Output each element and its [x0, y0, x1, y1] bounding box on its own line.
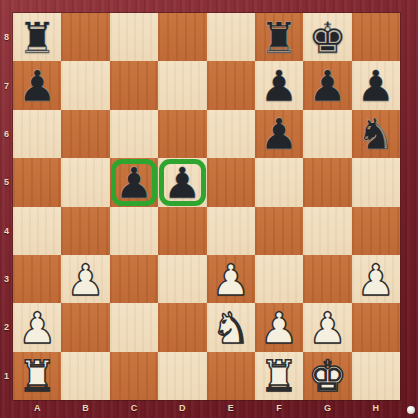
square-d6[interactable]	[158, 110, 206, 158]
black-pawn-f6[interactable]: ♟	[255, 111, 303, 159]
square-c6[interactable]	[110, 110, 158, 158]
square-g6[interactable]	[303, 110, 351, 158]
square-f6[interactable]: ♟	[255, 110, 303, 158]
square-c8[interactable]	[110, 13, 158, 61]
square-g7[interactable]: ♟	[303, 61, 351, 109]
square-c3[interactable]	[110, 255, 158, 303]
rank-label-6: 6	[0, 129, 13, 139]
white-pawn-e3[interactable]: ♟	[207, 256, 255, 304]
square-a2[interactable]: ♟	[13, 303, 61, 351]
square-h8[interactable]	[352, 13, 400, 61]
square-b6[interactable]	[61, 110, 109, 158]
square-d4[interactable]	[158, 207, 206, 255]
file-label-b: B	[61, 403, 109, 417]
square-e1[interactable]	[207, 352, 255, 400]
square-a6[interactable]	[13, 110, 61, 158]
square-d7[interactable]	[158, 61, 206, 109]
square-e2[interactable]: ♞	[207, 303, 255, 351]
square-b1[interactable]	[61, 352, 109, 400]
square-b7[interactable]	[61, 61, 109, 109]
square-a3[interactable]	[13, 255, 61, 303]
square-d3[interactable]	[158, 255, 206, 303]
square-d1[interactable]	[158, 352, 206, 400]
black-pawn-h7[interactable]: ♟	[352, 62, 400, 110]
square-c1[interactable]	[110, 352, 158, 400]
square-a7[interactable]: ♟	[13, 61, 61, 109]
square-c5[interactable]: ♟	[110, 158, 158, 206]
chess-board: ♜♜♚♟♟♟♟♟♞♟♟♟♟♟♟♞♟♟♜♜♚	[13, 13, 400, 400]
rank-label-1: 1	[0, 371, 13, 381]
square-g1[interactable]: ♚	[303, 352, 351, 400]
square-a8[interactable]: ♜	[13, 13, 61, 61]
file-label-d: D	[158, 403, 206, 417]
file-label-h: H	[352, 403, 400, 417]
black-rook-a8[interactable]: ♜	[13, 14, 61, 62]
square-e5[interactable]	[207, 158, 255, 206]
white-pawn-f2[interactable]: ♟	[255, 304, 303, 352]
square-e4[interactable]	[207, 207, 255, 255]
square-c2[interactable]	[110, 303, 158, 351]
square-f3[interactable]	[255, 255, 303, 303]
black-pawn-g7[interactable]: ♟	[303, 62, 351, 110]
square-d2[interactable]	[158, 303, 206, 351]
square-h2[interactable]	[352, 303, 400, 351]
chess-board-frame: ♜♜♚♟♟♟♟♟♞♟♟♟♟♟♟♞♟♟♜♜♚ 87654321ABCDEFGH	[0, 0, 418, 418]
file-label-e: E	[207, 403, 255, 417]
file-label-g: G	[303, 403, 351, 417]
square-b2[interactable]	[61, 303, 109, 351]
watermark-dot	[407, 406, 415, 414]
rank-label-7: 7	[0, 81, 13, 91]
square-f4[interactable]	[255, 207, 303, 255]
white-pawn-g2[interactable]: ♟	[303, 304, 351, 352]
black-pawn-f7[interactable]: ♟	[255, 62, 303, 110]
white-pawn-h3[interactable]: ♟	[352, 256, 400, 304]
square-g4[interactable]	[303, 207, 351, 255]
square-a5[interactable]	[13, 158, 61, 206]
rank-label-5: 5	[0, 177, 13, 187]
black-rook-f8[interactable]: ♜	[255, 14, 303, 62]
rank-label-3: 3	[0, 274, 13, 284]
white-rook-f1[interactable]: ♜	[255, 353, 303, 401]
rank-label-2: 2	[0, 322, 13, 332]
square-c4[interactable]	[110, 207, 158, 255]
white-rook-a1[interactable]: ♜	[13, 353, 61, 401]
square-b4[interactable]	[61, 207, 109, 255]
square-g5[interactable]	[303, 158, 351, 206]
square-f1[interactable]: ♜	[255, 352, 303, 400]
file-label-c: C	[110, 403, 158, 417]
square-h3[interactable]: ♟	[352, 255, 400, 303]
square-f7[interactable]: ♟	[255, 61, 303, 109]
square-d8[interactable]	[158, 13, 206, 61]
square-h7[interactable]: ♟	[352, 61, 400, 109]
square-f8[interactable]: ♜	[255, 13, 303, 61]
rank-label-8: 8	[0, 32, 13, 42]
square-h5[interactable]	[352, 158, 400, 206]
square-g3[interactable]	[303, 255, 351, 303]
black-pawn-a7[interactable]: ♟	[13, 62, 61, 110]
black-pawn-c5[interactable]: ♟	[110, 159, 158, 207]
square-b8[interactable]	[61, 13, 109, 61]
white-knight-e2[interactable]: ♞	[207, 304, 255, 352]
black-king-g8[interactable]: ♚	[303, 14, 351, 62]
square-f2[interactable]: ♟	[255, 303, 303, 351]
square-h1[interactable]	[352, 352, 400, 400]
square-a4[interactable]	[13, 207, 61, 255]
square-h6[interactable]: ♞	[352, 110, 400, 158]
square-g2[interactable]: ♟	[303, 303, 351, 351]
square-g8[interactable]: ♚	[303, 13, 351, 61]
square-a1[interactable]: ♜	[13, 352, 61, 400]
square-d5[interactable]: ♟	[158, 158, 206, 206]
white-king-g1[interactable]: ♚	[303, 353, 351, 401]
square-e7[interactable]	[207, 61, 255, 109]
file-label-a: A	[13, 403, 61, 417]
square-b5[interactable]	[61, 158, 109, 206]
square-e8[interactable]	[207, 13, 255, 61]
black-knight-h6[interactable]: ♞	[352, 111, 400, 159]
white-pawn-b3[interactable]: ♟	[61, 256, 109, 304]
square-e6[interactable]	[207, 110, 255, 158]
file-label-f: F	[255, 403, 303, 417]
square-b3[interactable]: ♟	[61, 255, 109, 303]
white-pawn-a2[interactable]: ♟	[13, 304, 61, 352]
square-h4[interactable]	[352, 207, 400, 255]
square-f5[interactable]	[255, 158, 303, 206]
square-e3[interactable]: ♟	[207, 255, 255, 303]
rank-label-4: 4	[0, 226, 13, 236]
black-pawn-d5[interactable]: ♟	[158, 159, 206, 207]
square-c7[interactable]	[110, 61, 158, 109]
